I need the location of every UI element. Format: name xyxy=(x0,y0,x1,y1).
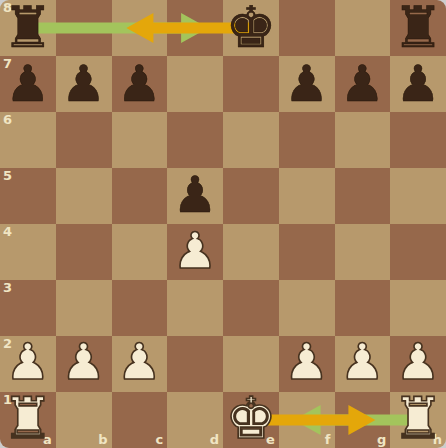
piece-cell-e8: ♚ xyxy=(223,0,279,57)
piece-cell-g2: ♟ xyxy=(335,335,391,391)
square-g3[interactable] xyxy=(335,280,391,336)
white-rook-h1[interactable]: ♜ xyxy=(393,390,444,447)
rank-label-3: 3 xyxy=(3,281,12,295)
square-c1[interactable]: c xyxy=(112,392,168,448)
square-c4[interactable] xyxy=(112,224,168,280)
piece-cell-b2: ♟ xyxy=(56,335,112,391)
white-pawn-c2[interactable]: ♟ xyxy=(117,337,162,387)
square-b1[interactable]: b xyxy=(56,392,112,448)
square-a3[interactable]: 3 xyxy=(0,280,56,336)
square-d1[interactable]: d xyxy=(167,392,223,448)
white-pawn-f2[interactable]: ♟ xyxy=(284,337,329,387)
piece-cell-g7: ♟ xyxy=(335,57,391,113)
file-label-b: b xyxy=(98,432,107,448)
square-f4[interactable] xyxy=(279,224,335,280)
piece-cell-h8: ♜ xyxy=(390,0,446,57)
black-pawn-d5[interactable]: ♟ xyxy=(173,170,218,220)
piece-cell-c7: ♟ xyxy=(112,57,168,113)
square-f5[interactable] xyxy=(279,168,335,224)
piece-cell-f2: ♟ xyxy=(279,335,335,391)
square-g6[interactable] xyxy=(335,112,391,168)
piece-cell-a2: ♟ xyxy=(0,335,56,391)
white-pawn-d4[interactable]: ♟ xyxy=(173,226,218,276)
square-h6[interactable] xyxy=(390,112,446,168)
black-rook-h8[interactable]: ♜ xyxy=(393,0,444,56)
square-b3[interactable] xyxy=(56,280,112,336)
square-c8[interactable] xyxy=(112,0,168,56)
square-h5[interactable] xyxy=(390,168,446,224)
white-pawn-h2[interactable]: ♟ xyxy=(396,337,441,387)
piece-cell-a7: ♟ xyxy=(0,57,56,113)
piece-cell-b7: ♟ xyxy=(56,57,112,113)
black-pawn-f7[interactable]: ♟ xyxy=(284,59,329,109)
square-g1[interactable]: g xyxy=(335,392,391,448)
black-pawn-b7[interactable]: ♟ xyxy=(61,59,106,109)
square-e3[interactable] xyxy=(223,280,279,336)
square-h3[interactable] xyxy=(390,280,446,336)
piece-cell-d5: ♟ xyxy=(167,168,223,224)
square-c3[interactable] xyxy=(112,280,168,336)
black-king-e8[interactable]: ♚ xyxy=(225,0,276,56)
square-e5[interactable] xyxy=(223,168,279,224)
square-e6[interactable] xyxy=(223,112,279,168)
rank-label-5: 5 xyxy=(3,169,12,183)
black-pawn-h7[interactable]: ♟ xyxy=(396,59,441,109)
piece-cell-a1: ♜ xyxy=(0,391,56,448)
square-c6[interactable] xyxy=(112,112,168,168)
piece-cell-d4: ♟ xyxy=(167,224,223,280)
square-d7[interactable] xyxy=(167,56,223,112)
square-b4[interactable] xyxy=(56,224,112,280)
square-d2[interactable] xyxy=(167,336,223,392)
piece-cell-a8: ♜ xyxy=(0,0,56,57)
square-b6[interactable] xyxy=(56,112,112,168)
square-g8[interactable] xyxy=(335,0,391,56)
white-pawn-b2[interactable]: ♟ xyxy=(61,337,106,387)
square-c5[interactable] xyxy=(112,168,168,224)
square-f8[interactable] xyxy=(279,0,335,56)
square-h4[interactable] xyxy=(390,224,446,280)
square-b5[interactable] xyxy=(56,168,112,224)
white-king-e1[interactable]: ♚ xyxy=(225,390,276,447)
square-e4[interactable] xyxy=(223,224,279,280)
piece-cell-c2: ♟ xyxy=(112,335,168,391)
square-d3[interactable] xyxy=(167,280,223,336)
square-e2[interactable] xyxy=(223,336,279,392)
file-label-d: d xyxy=(210,432,219,448)
square-g4[interactable] xyxy=(335,224,391,280)
piece-cell-h1: ♜ xyxy=(390,391,446,448)
square-a4[interactable]: 4 xyxy=(0,224,56,280)
square-d6[interactable] xyxy=(167,112,223,168)
square-d8[interactable] xyxy=(167,0,223,56)
square-g5[interactable] xyxy=(335,168,391,224)
piece-cell-h7: ♟ xyxy=(390,57,446,113)
rank-label-4: 4 xyxy=(3,225,12,239)
file-label-g: g xyxy=(377,432,386,448)
square-f6[interactable] xyxy=(279,112,335,168)
square-f1[interactable]: f xyxy=(279,392,335,448)
white-pawn-g2[interactable]: ♟ xyxy=(340,337,385,387)
black-pawn-a7[interactable]: ♟ xyxy=(5,59,50,109)
square-b8[interactable] xyxy=(56,0,112,56)
square-a6[interactable]: 6 xyxy=(0,112,56,168)
file-label-f: f xyxy=(325,432,331,448)
square-f3[interactable] xyxy=(279,280,335,336)
black-pawn-c7[interactable]: ♟ xyxy=(117,59,162,109)
piece-cell-e1: ♚ xyxy=(223,391,279,448)
white-pawn-a2[interactable]: ♟ xyxy=(5,337,50,387)
square-a5[interactable]: 5 xyxy=(0,168,56,224)
rank-label-6: 6 xyxy=(3,113,12,127)
file-label-c: c xyxy=(156,432,164,448)
chess-board: 87654321abcdefgh ♜♚♜♟♟♟♟♟♟♟♟♟♟♟♟♟♟♜♚♜ xyxy=(0,0,446,448)
piece-cell-f7: ♟ xyxy=(279,57,335,113)
white-rook-a1[interactable]: ♜ xyxy=(2,390,53,447)
square-e7[interactable] xyxy=(223,56,279,112)
black-pawn-g7[interactable]: ♟ xyxy=(340,59,385,109)
black-rook-a8[interactable]: ♜ xyxy=(2,0,53,56)
piece-cell-h2: ♟ xyxy=(390,335,446,391)
